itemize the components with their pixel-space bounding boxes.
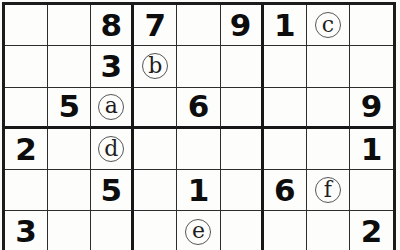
cell-r5c6[interactable]	[221, 170, 264, 211]
cell-r5c3[interactable]: 5	[91, 170, 134, 211]
cell-r4c4[interactable]	[134, 129, 177, 170]
cell-r2c9[interactable]	[350, 46, 393, 87]
cell-r4c6[interactable]	[221, 129, 264, 170]
cell-r6c4[interactable]	[134, 211, 177, 250]
cell-r3c6[interactable]	[221, 88, 264, 129]
cell-r1c5[interactable]	[177, 5, 220, 46]
cell-r5c8[interactable]: f	[307, 170, 350, 211]
cell-r4c9[interactable]: 1	[350, 129, 393, 170]
given-digit: 8	[100, 10, 122, 41]
given-digit: 1	[274, 10, 296, 41]
cell-r6c8[interactable]	[307, 211, 350, 250]
cell-r6c3[interactable]	[91, 211, 134, 250]
cell-r1c4[interactable]: 7	[134, 5, 177, 46]
given-digit: 1	[188, 175, 210, 206]
cell-r4c1[interactable]: 2	[5, 129, 48, 170]
cell-r3c7[interactable]	[264, 88, 307, 129]
given-digit: 6	[188, 91, 210, 122]
cell-r1c1[interactable]	[5, 5, 48, 46]
given-digit: 2	[361, 216, 383, 247]
given-digit: 5	[58, 91, 80, 122]
given-digit: 5	[100, 175, 122, 206]
cell-r1c7[interactable]: 1	[264, 5, 307, 46]
cell-r6c5[interactable]: e	[177, 211, 220, 250]
cell-r3c1[interactable]	[5, 88, 48, 129]
cell-r1c9[interactable]	[350, 5, 393, 46]
given-digit: 6	[274, 175, 296, 206]
sudoku-board: 8791c3b5a692d1516f3e2	[2, 2, 396, 250]
circled-letter-c: c	[315, 12, 341, 38]
cell-r2c8[interactable]	[307, 46, 350, 87]
cell-r4c3[interactable]: d	[91, 129, 134, 170]
circled-letter-e: e	[185, 219, 211, 245]
cell-r5c5[interactable]: 1	[177, 170, 220, 211]
cell-r3c5[interactable]: 6	[177, 88, 220, 129]
sudoku-scan-page: 8791c3b5a692d1516f3e2	[0, 0, 400, 250]
given-digit: 1	[361, 134, 383, 165]
cell-r5c4[interactable]	[134, 170, 177, 211]
cell-r6c1[interactable]: 3	[5, 211, 48, 250]
given-digit: 3	[15, 216, 37, 247]
cell-r4c2[interactable]	[48, 129, 91, 170]
cell-r3c4[interactable]	[134, 88, 177, 129]
cell-r3c8[interactable]	[307, 88, 350, 129]
cell-r4c5[interactable]	[177, 129, 220, 170]
cell-r6c6[interactable]	[221, 211, 264, 250]
cell-r4c8[interactable]	[307, 129, 350, 170]
cell-r2c6[interactable]	[221, 46, 264, 87]
cell-r2c4[interactable]: b	[134, 46, 177, 87]
given-digit: 7	[145, 10, 167, 41]
cell-r2c7[interactable]	[264, 46, 307, 87]
cell-r4c7[interactable]	[264, 129, 307, 170]
circled-letter-a: a	[98, 94, 124, 120]
given-digit: 9	[361, 91, 383, 122]
cell-r2c3[interactable]: 3	[91, 46, 134, 87]
cell-r5c7[interactable]: 6	[264, 170, 307, 211]
circled-letter-d: d	[98, 136, 124, 162]
cell-r2c5[interactable]	[177, 46, 220, 87]
circled-letter-f: f	[315, 177, 341, 203]
cell-r3c2[interactable]: 5	[48, 88, 91, 129]
cell-r5c2[interactable]	[48, 170, 91, 211]
cell-r1c8[interactable]: c	[307, 5, 350, 46]
cell-r2c1[interactable]	[5, 46, 48, 87]
cell-r6c9[interactable]: 2	[350, 211, 393, 250]
cell-r1c2[interactable]	[48, 5, 91, 46]
cell-r6c2[interactable]	[48, 211, 91, 250]
cell-r6c7[interactable]	[264, 211, 307, 250]
cell-r3c9[interactable]: 9	[350, 88, 393, 129]
cell-r5c9[interactable]	[350, 170, 393, 211]
cell-r3c3[interactable]: a	[91, 88, 134, 129]
cell-r5c1[interactable]	[5, 170, 48, 211]
cell-r1c3[interactable]: 8	[91, 5, 134, 46]
given-digit: 3	[100, 51, 122, 82]
circled-letter-b: b	[142, 53, 168, 79]
given-digit: 2	[15, 134, 37, 165]
given-digit: 9	[230, 10, 252, 41]
cell-r1c6[interactable]: 9	[221, 5, 264, 46]
cell-r2c2[interactable]	[48, 46, 91, 87]
